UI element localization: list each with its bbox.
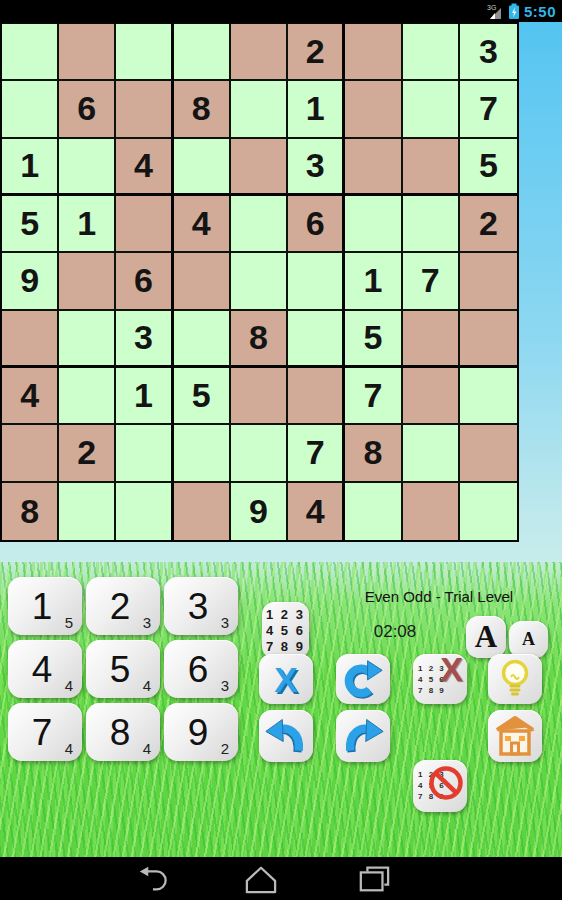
- cell-r6c7[interactable]: 5: [345, 311, 402, 368]
- clear-notes-button[interactable]: 1 2 34 5 67 8 9 X: [413, 654, 467, 704]
- cell-r8c2[interactable]: 2: [59, 425, 116, 482]
- key-digit: 4: [32, 651, 53, 688]
- numpad: 152333445463748492: [8, 577, 238, 761]
- cell-r1c6[interactable]: 2: [288, 24, 345, 81]
- key-count: 3: [221, 614, 229, 631]
- cell-r3c2[interactable]: [59, 139, 116, 196]
- font-small-label: A: [522, 629, 535, 650]
- cell-r5c1[interactable]: 9: [2, 253, 59, 310]
- cell-r9c5[interactable]: 9: [231, 483, 288, 540]
- cell-r4c7[interactable]: [345, 196, 402, 253]
- numpad-key-4[interactable]: 44: [8, 640, 82, 698]
- cell-r7c5[interactable]: [231, 368, 288, 425]
- font-small-button[interactable]: A: [509, 621, 548, 658]
- font-large-label: A: [475, 619, 497, 655]
- cell-r7c8[interactable]: [403, 368, 460, 425]
- cell-r9c8[interactable]: [403, 483, 460, 540]
- key-count: 4: [143, 677, 151, 694]
- nav-recents-button[interactable]: [344, 861, 404, 897]
- key-count: 4: [65, 677, 73, 694]
- cell-r1c9[interactable]: 3: [460, 24, 517, 81]
- cell-r3c1[interactable]: 1: [2, 139, 59, 196]
- numpad-key-8[interactable]: 84: [86, 703, 160, 761]
- cell-r5c6[interactable]: [288, 253, 345, 310]
- cell-r6c9[interactable]: [460, 311, 517, 368]
- mini-numbers-row: 1 2 3: [266, 607, 305, 623]
- cell-r3c8[interactable]: [403, 139, 460, 196]
- cell-r7c6[interactable]: [288, 368, 345, 425]
- cell-r5c9[interactable]: [460, 253, 517, 310]
- cell-r6c5[interactable]: 8: [231, 311, 288, 368]
- cell-r7c3[interactable]: 1: [116, 368, 173, 425]
- cell-r7c4[interactable]: 5: [174, 368, 231, 425]
- level-title: Even Odd - Trial Level: [316, 588, 562, 605]
- status-bar: 3G 5:50: [0, 0, 562, 22]
- key-count: 5: [65, 614, 73, 631]
- cell-r5c3[interactable]: 6: [116, 253, 173, 310]
- cell-r1c3[interactable]: [116, 24, 173, 81]
- navigation-bar: [0, 857, 562, 900]
- recents-icon: [357, 863, 391, 895]
- cell-r9c9[interactable]: [460, 483, 517, 540]
- cell-r7c7[interactable]: 7: [345, 368, 402, 425]
- numpad-key-2[interactable]: 23: [86, 577, 160, 635]
- cell-r1c5[interactable]: [231, 24, 288, 81]
- key-count: 3: [143, 614, 151, 631]
- svg-text:3G: 3G: [487, 4, 496, 11]
- app-screen: 3G 5:50 23681714355146296173854157278894…: [0, 0, 562, 900]
- cell-r8c4[interactable]: [174, 425, 231, 482]
- cell-r1c7[interactable]: [345, 24, 402, 81]
- prohibition-icon: [427, 764, 465, 802]
- battery-charging-icon: [508, 2, 520, 20]
- cell-r3c5[interactable]: [231, 139, 288, 196]
- key-digit: 9: [188, 714, 209, 751]
- cell-r5c4[interactable]: [174, 253, 231, 310]
- cell-r8c5[interactable]: [231, 425, 288, 482]
- cell-r9c4[interactable]: [174, 483, 231, 540]
- cell-r2c2[interactable]: 6: [59, 81, 116, 138]
- cell-r9c1[interactable]: 8: [2, 483, 59, 540]
- key-count: 4: [65, 740, 73, 757]
- key-count: 4: [143, 740, 151, 757]
- cell-r6c6[interactable]: [288, 311, 345, 368]
- key-digit: 1: [32, 588, 53, 625]
- undo-arrow-icon: [264, 714, 308, 758]
- cell-r5c2[interactable]: [59, 253, 116, 310]
- clock-text: 5:50: [524, 3, 556, 20]
- cell-r4c9[interactable]: 2: [460, 196, 517, 253]
- cell-r4c6[interactable]: 6: [288, 196, 345, 253]
- cell-r8c6[interactable]: 7: [288, 425, 345, 482]
- nav-back-button[interactable]: [122, 861, 182, 897]
- cell-r7c9[interactable]: [460, 368, 517, 425]
- cell-r9c2[interactable]: [59, 483, 116, 540]
- cell-r6c1[interactable]: [2, 311, 59, 368]
- restart-arrow-icon: [341, 658, 385, 700]
- cell-r1c4[interactable]: [174, 24, 231, 81]
- key-digit: 2: [110, 588, 131, 625]
- key-digit: 3: [188, 588, 209, 625]
- signal-3g-icon: 3G: [487, 3, 504, 20]
- numpad-key-1[interactable]: 15: [8, 577, 82, 635]
- cell-r6c8[interactable]: [403, 311, 460, 368]
- key-digit: 7: [32, 714, 53, 751]
- cell-r1c8[interactable]: [403, 24, 460, 81]
- cell-r4c2[interactable]: 1: [59, 196, 116, 253]
- cell-r2c1[interactable]: [2, 81, 59, 138]
- undo-button[interactable]: [259, 710, 313, 762]
- cell-r4c4[interactable]: 4: [174, 196, 231, 253]
- pencil-marks-button[interactable]: 1 2 34 5 67 8 9: [262, 602, 309, 659]
- redo-button[interactable]: [336, 710, 390, 762]
- redo-arrow-icon: [341, 714, 385, 758]
- nav-home-button[interactable]: [231, 861, 291, 897]
- key-digit: 8: [110, 714, 131, 751]
- key-count: 3: [221, 677, 229, 694]
- nav-home-icon: [244, 863, 278, 895]
- cell-r3c7[interactable]: [345, 139, 402, 196]
- cell-r3c4[interactable]: [174, 139, 231, 196]
- timer-text: 02:08: [345, 622, 445, 642]
- cell-r3c6[interactable]: 3: [288, 139, 345, 196]
- cell-r6c2[interactable]: [59, 311, 116, 368]
- cell-r2c9[interactable]: 7: [460, 81, 517, 138]
- cell-r1c1[interactable]: [2, 24, 59, 81]
- lightbulb-icon: [495, 657, 535, 701]
- erase-x-icon: X: [274, 662, 297, 697]
- cell-r8c9[interactable]: [460, 425, 517, 482]
- mini-numbers-row: 4 5 6: [266, 623, 305, 639]
- key-digit: 5: [110, 651, 131, 688]
- numpad-key-7[interactable]: 74: [8, 703, 82, 761]
- cell-r4c8[interactable]: [403, 196, 460, 253]
- cell-r8c1[interactable]: [2, 425, 59, 482]
- house-icon: [493, 715, 537, 757]
- cell-r5c8[interactable]: 7: [403, 253, 460, 310]
- numpad-key-5[interactable]: 54: [86, 640, 160, 698]
- cell-r8c7[interactable]: 8: [345, 425, 402, 482]
- cell-r9c7[interactable]: [345, 483, 402, 540]
- erase-button[interactable]: X: [259, 654, 313, 704]
- cell-r2c6[interactable]: 1: [288, 81, 345, 138]
- restart-button[interactable]: [336, 654, 390, 704]
- notes-off-button[interactable]: 1 2 34 5 67 8 9: [413, 760, 467, 812]
- cell-r2c5[interactable]: [231, 81, 288, 138]
- cell-r2c8[interactable]: [403, 81, 460, 138]
- cell-r1c2[interactable]: [59, 24, 116, 81]
- cell-r7c1[interactable]: 4: [2, 368, 59, 425]
- cell-r2c7[interactable]: [345, 81, 402, 138]
- cell-r7c2[interactable]: [59, 368, 116, 425]
- clear-notes-x-icon: X: [440, 650, 463, 689]
- numpad-key-9[interactable]: 92: [164, 703, 238, 761]
- key-count: 2: [221, 740, 229, 757]
- numpad-key-3[interactable]: 33: [164, 577, 238, 635]
- home-button[interactable]: [488, 710, 542, 762]
- key-digit: 6: [188, 651, 209, 688]
- cell-r8c8[interactable]: [403, 425, 460, 482]
- cell-r6c3[interactable]: 3: [116, 311, 173, 368]
- cell-r9c3[interactable]: [116, 483, 173, 540]
- cell-r3c9[interactable]: 5: [460, 139, 517, 196]
- cell-r3c3[interactable]: 4: [116, 139, 173, 196]
- mini-numbers-row: 7 8 9: [266, 639, 305, 655]
- cell-r6c4[interactable]: [174, 311, 231, 368]
- font-large-button[interactable]: A: [466, 616, 506, 658]
- cell-r5c7[interactable]: 1: [345, 253, 402, 310]
- numpad-key-6[interactable]: 63: [164, 640, 238, 698]
- cell-r2c3[interactable]: [116, 81, 173, 138]
- cell-r2c4[interactable]: 8: [174, 81, 231, 138]
- cell-r4c3[interactable]: [116, 196, 173, 253]
- cell-r4c5[interactable]: [231, 196, 288, 253]
- back-icon: [135, 863, 169, 895]
- sudoku-board: 23681714355146296173854157278894: [0, 22, 519, 542]
- pencil-numbers-icon: 1 2 34 5 67 8 9: [266, 607, 305, 655]
- hint-button[interactable]: [488, 654, 542, 704]
- cell-r8c3[interactable]: [116, 425, 173, 482]
- cell-r4c1[interactable]: 5: [2, 196, 59, 253]
- cell-r5c5[interactable]: [231, 253, 288, 310]
- cell-r9c6[interactable]: 4: [288, 483, 345, 540]
